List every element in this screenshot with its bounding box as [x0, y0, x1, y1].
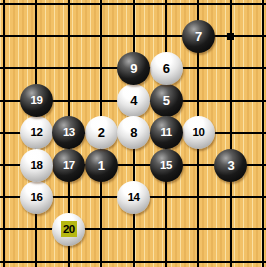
star-point — [227, 33, 234, 40]
stone-move-number: 11 — [160, 126, 171, 139]
stone-black-3: 3 — [214, 149, 247, 182]
stone-white-8: 8 — [117, 116, 150, 149]
stone-move-number: 17 — [63, 159, 75, 172]
stone-black-13: 13 — [52, 116, 85, 149]
stone-move-number: 18 — [30, 159, 42, 172]
stone-move-number: 10 — [192, 126, 204, 139]
stone-white-10: 10 — [182, 116, 215, 149]
stone-black-1: 1 — [85, 149, 118, 182]
stone-move-number: 4 — [130, 94, 137, 107]
stone-black-9: 9 — [117, 52, 150, 85]
stone-move-number: 12 — [30, 126, 42, 139]
grid-line-horizontal — [0, 261, 266, 263]
stone-move-number: 6 — [163, 62, 170, 75]
stone-move-number: 19 — [30, 94, 42, 107]
stone-move-number: 16 — [30, 191, 42, 204]
stone-move-number: 15 — [160, 159, 172, 172]
grid-line-horizontal — [0, 228, 266, 230]
go-board[interactable]: 1234567891011121314151617181920 — [0, 0, 266, 267]
stone-white-16: 16 — [20, 181, 53, 214]
stone-black-5: 5 — [150, 84, 183, 117]
stone-move-number: 3 — [227, 159, 234, 172]
stone-move-number: 5 — [163, 94, 170, 107]
stone-move-number: 1 — [98, 159, 105, 172]
stone-white-14: 14 — [117, 181, 150, 214]
stone-black-11: 11 — [150, 116, 183, 149]
stone-white-20: 20 — [52, 213, 85, 246]
stone-white-4: 4 — [117, 84, 150, 117]
grid-line-vertical — [230, 0, 232, 267]
stone-move-number: 7 — [195, 30, 202, 43]
stone-move-number: 9 — [130, 62, 137, 75]
stone-white-2: 2 — [85, 116, 118, 149]
stone-black-17: 17 — [52, 149, 85, 182]
stone-black-19: 19 — [20, 84, 53, 117]
stone-black-7: 7 — [182, 20, 215, 53]
stone-white-18: 18 — [20, 149, 53, 182]
stone-move-number: 20 — [61, 221, 77, 237]
stone-move-number: 8 — [130, 126, 137, 139]
stone-black-15: 15 — [150, 149, 183, 182]
stone-white-6: 6 — [150, 52, 183, 85]
grid-line-vertical — [262, 0, 264, 267]
stone-move-number: 14 — [128, 191, 140, 204]
stone-move-number: 2 — [98, 126, 105, 139]
stone-white-12: 12 — [20, 116, 53, 149]
stone-move-number: 13 — [63, 126, 75, 139]
